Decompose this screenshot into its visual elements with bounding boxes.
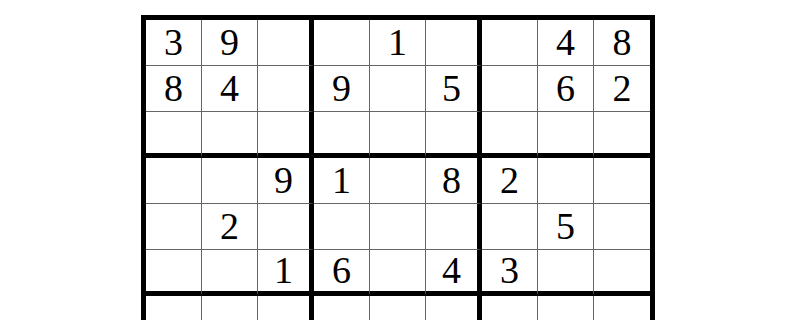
sudoku-cell-r3c5[interactable] — [370, 112, 426, 158]
sudoku-cell-r6c5[interactable] — [370, 250, 426, 296]
sudoku-cell-r7c3[interactable] — [258, 296, 314, 320]
sudoku-cell-r3c7[interactable] — [482, 112, 538, 158]
sudoku-cell-r7c6[interactable] — [426, 296, 482, 320]
sudoku-cell-r6c1[interactable] — [146, 250, 202, 296]
sudoku-cell-r3c3[interactable] — [258, 112, 314, 158]
sudoku-cell-r4c1[interactable] — [146, 158, 202, 204]
sudoku-cell-r7c4[interactable] — [314, 296, 370, 320]
sudoku-cell-r4c2[interactable] — [202, 158, 258, 204]
sudoku-cell-r3c9[interactable] — [594, 112, 650, 158]
sudoku-cell-r3c4[interactable] — [314, 112, 370, 158]
sudoku-cell-r2c4[interactable]: 9 — [314, 66, 370, 112]
sudoku-cell-r6c2[interactable] — [202, 250, 258, 296]
sudoku-cell-r4c8[interactable] — [538, 158, 594, 204]
sudoku-cell-r2c5[interactable] — [370, 66, 426, 112]
sudoku-cell-r2c3[interactable] — [258, 66, 314, 112]
sudoku-cell-r7c5[interactable] — [370, 296, 426, 320]
sudoku-cell-r4c7[interactable]: 2 — [482, 158, 538, 204]
sudoku-cell-r5c7[interactable] — [482, 204, 538, 250]
sudoku-cell-r3c1[interactable] — [146, 112, 202, 158]
sudoku-cell-r1c7[interactable] — [482, 20, 538, 66]
sudoku-cell-r4c3[interactable]: 9 — [258, 158, 314, 204]
sudoku-cell-r5c5[interactable] — [370, 204, 426, 250]
sudoku-cell-r7c8[interactable] — [538, 296, 594, 320]
sudoku-cell-r3c2[interactable] — [202, 112, 258, 158]
sudoku-cell-r1c5[interactable]: 1 — [370, 20, 426, 66]
sudoku-cell-r6c7[interactable]: 3 — [482, 250, 538, 296]
sudoku-cell-r7c7[interactable] — [482, 296, 538, 320]
sudoku-board: 391488495629182251643 — [141, 15, 655, 320]
sudoku-cell-r5c3[interactable] — [258, 204, 314, 250]
sudoku-cell-r5c2[interactable]: 2 — [202, 204, 258, 250]
sudoku-cell-r1c4[interactable] — [314, 20, 370, 66]
sudoku-cell-r2c8[interactable]: 6 — [538, 66, 594, 112]
sudoku-cell-r6c4[interactable]: 6 — [314, 250, 370, 296]
page: 391488495629182251643 — [0, 0, 800, 320]
sudoku-cell-r7c9[interactable] — [594, 296, 650, 320]
sudoku-cell-r1c6[interactable] — [426, 20, 482, 66]
sudoku-cell-r7c2[interactable] — [202, 296, 258, 320]
sudoku-cell-r5c6[interactable] — [426, 204, 482, 250]
sudoku-cell-r3c6[interactable] — [426, 112, 482, 158]
sudoku-cell-r5c9[interactable] — [594, 204, 650, 250]
sudoku-cell-r5c8[interactable]: 5 — [538, 204, 594, 250]
sudoku-cell-r2c6[interactable]: 5 — [426, 66, 482, 112]
sudoku-cell-r1c9[interactable]: 8 — [594, 20, 650, 66]
sudoku-cell-r1c2[interactable]: 9 — [202, 20, 258, 66]
sudoku-cell-r2c7[interactable] — [482, 66, 538, 112]
sudoku-cell-r3c8[interactable] — [538, 112, 594, 158]
sudoku-cell-r7c1[interactable] — [146, 296, 202, 320]
sudoku-cell-r2c1[interactable]: 8 — [146, 66, 202, 112]
sudoku-cell-r6c6[interactable]: 4 — [426, 250, 482, 296]
sudoku-cell-r4c4[interactable]: 1 — [314, 158, 370, 204]
sudoku-cell-r2c9[interactable]: 2 — [594, 66, 650, 112]
sudoku-cell-r4c5[interactable] — [370, 158, 426, 204]
sudoku-cell-r4c6[interactable]: 8 — [426, 158, 482, 204]
sudoku-cell-r6c8[interactable] — [538, 250, 594, 296]
sudoku-cell-r6c9[interactable] — [594, 250, 650, 296]
sudoku-cell-r1c8[interactable]: 4 — [538, 20, 594, 66]
sudoku-cell-r1c1[interactable]: 3 — [146, 20, 202, 66]
sudoku-cell-r2c2[interactable]: 4 — [202, 66, 258, 112]
sudoku-cell-r4c9[interactable] — [594, 158, 650, 204]
sudoku-cell-r1c3[interactable] — [258, 20, 314, 66]
sudoku-cell-r5c4[interactable] — [314, 204, 370, 250]
sudoku-cell-r5c1[interactable] — [146, 204, 202, 250]
sudoku-cell-r6c3[interactable]: 1 — [258, 250, 314, 296]
